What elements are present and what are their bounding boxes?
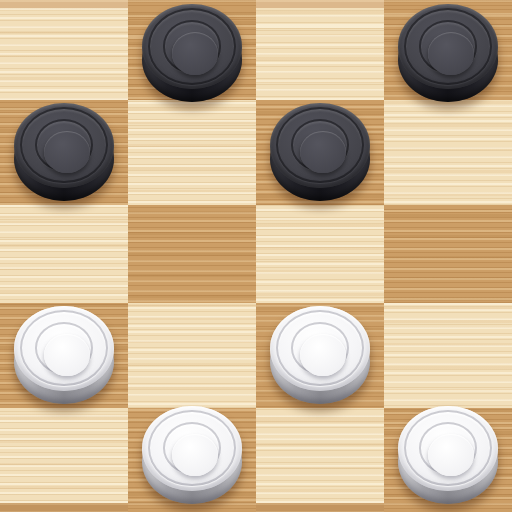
piece-face bbox=[142, 406, 242, 491]
square-r0-c0[interactable] bbox=[0, 8, 128, 100]
black-piece[interactable] bbox=[398, 4, 498, 102]
square-r2-c0[interactable] bbox=[0, 205, 128, 303]
square-top-sliver-c0[interactable] bbox=[0, 0, 128, 8]
white-piece[interactable] bbox=[14, 306, 114, 404]
square-r3-c0[interactable] bbox=[0, 303, 128, 408]
square-top-sliver-c2[interactable] bbox=[256, 0, 384, 8]
black-piece[interactable] bbox=[14, 103, 114, 201]
square-r2-c1[interactable] bbox=[128, 205, 256, 303]
piece-face bbox=[14, 306, 114, 391]
piece-core bbox=[428, 434, 474, 477]
square-r4-c3[interactable] bbox=[384, 408, 512, 503]
square-r1-c3[interactable] bbox=[384, 100, 512, 205]
square-bottom-sliver-c1[interactable] bbox=[128, 503, 256, 512]
piece-core bbox=[44, 334, 90, 377]
piece-face bbox=[270, 103, 370, 188]
piece-core bbox=[172, 32, 218, 75]
piece-core bbox=[300, 334, 346, 377]
square-r3-c3[interactable] bbox=[384, 303, 512, 408]
square-r4-c0[interactable] bbox=[0, 408, 128, 503]
square-r4-c2[interactable] bbox=[256, 408, 384, 503]
piece-face bbox=[142, 4, 242, 89]
piece-core bbox=[300, 131, 346, 174]
square-bottom-sliver-c0[interactable] bbox=[0, 503, 128, 512]
square-r1-c2[interactable] bbox=[256, 100, 384, 205]
piece-core bbox=[172, 434, 218, 477]
black-piece[interactable] bbox=[270, 103, 370, 201]
square-r1-c0[interactable] bbox=[0, 100, 128, 205]
square-r1-c1[interactable] bbox=[128, 100, 256, 205]
checkers-app-view bbox=[0, 0, 512, 512]
square-r3-c2[interactable] bbox=[256, 303, 384, 408]
square-r4-c1[interactable] bbox=[128, 408, 256, 503]
piece-face bbox=[398, 406, 498, 491]
square-r3-c1[interactable] bbox=[128, 303, 256, 408]
square-r0-c1[interactable] bbox=[128, 8, 256, 100]
square-r2-c2[interactable] bbox=[256, 205, 384, 303]
piece-face bbox=[14, 103, 114, 188]
piece-core bbox=[44, 131, 90, 174]
square-r0-c3[interactable] bbox=[384, 8, 512, 100]
square-bottom-sliver-c3[interactable] bbox=[384, 503, 512, 512]
piece-core bbox=[428, 32, 474, 75]
square-r0-c2[interactable] bbox=[256, 8, 384, 100]
piece-face bbox=[270, 306, 370, 391]
piece-face bbox=[398, 4, 498, 89]
square-r2-c3[interactable] bbox=[384, 205, 512, 303]
checkers-board bbox=[0, 0, 512, 512]
white-piece[interactable] bbox=[142, 406, 242, 504]
black-piece[interactable] bbox=[142, 4, 242, 102]
white-piece[interactable] bbox=[398, 406, 498, 504]
white-piece[interactable] bbox=[270, 306, 370, 404]
square-bottom-sliver-c2[interactable] bbox=[256, 503, 384, 512]
